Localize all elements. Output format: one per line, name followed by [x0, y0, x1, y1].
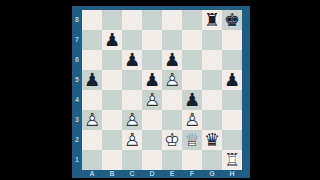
square-e7 — [162, 30, 182, 50]
square-e1 — [162, 150, 182, 170]
rank-label-4: 4 — [72, 90, 82, 110]
black-rook-icon: ♜ — [202, 10, 222, 30]
square-h5: ♟ — [222, 70, 242, 90]
white-pawn-icon: ♟♙ — [82, 110, 102, 130]
file-label-f: F — [182, 170, 202, 178]
square-b3 — [102, 110, 122, 130]
file-label-c: C — [122, 170, 142, 178]
square-b8 — [102, 10, 122, 30]
white-rook-icon: ♜♖ — [222, 150, 242, 170]
square-c1 — [122, 150, 142, 170]
square-d3 — [142, 110, 162, 130]
black-pawn-icon: ♟ — [122, 50, 142, 70]
square-c3: ♟♙ — [122, 110, 142, 130]
square-c6: ♟ — [122, 50, 142, 70]
rank-label-8: 8 — [72, 10, 82, 30]
square-f7 — [182, 30, 202, 50]
file-label-e: E — [162, 170, 182, 178]
square-c7 — [122, 30, 142, 50]
square-c5 — [122, 70, 142, 90]
white-pawn-icon: ♟♙ — [142, 90, 162, 110]
black-pawn-icon: ♟ — [222, 70, 242, 90]
white-pawn-icon: ♟♙ — [182, 110, 202, 130]
square-e2: ♚♔ — [162, 130, 182, 150]
square-e3 — [162, 110, 182, 130]
rank-label-2: 2 — [72, 130, 82, 150]
square-e5: ♟♙ — [162, 70, 182, 90]
square-d4: ♟♙ — [142, 90, 162, 110]
file-label-g: G — [202, 170, 222, 178]
square-f6 — [182, 50, 202, 70]
video-frame: 87654321 ♜♚♟♟♟♟♟♟♙♟♟♙♟♟♙♟♙♟♙♟♙♚♔♛♕♛♜♖ AB… — [0, 0, 320, 180]
black-pawn-icon: ♟ — [82, 70, 102, 90]
square-a6 — [82, 50, 102, 70]
rank-labels: 87654321 — [72, 10, 82, 170]
black-queen-icon: ♛ — [202, 130, 222, 150]
square-f2: ♛♕ — [182, 130, 202, 150]
square-a8 — [82, 10, 102, 30]
black-pawn-icon: ♟ — [142, 70, 162, 90]
rank-label-7: 7 — [72, 30, 82, 50]
square-d5: ♟ — [142, 70, 162, 90]
square-g7 — [202, 30, 222, 50]
square-g3 — [202, 110, 222, 130]
square-d7 — [142, 30, 162, 50]
square-e6: ♟ — [162, 50, 182, 70]
square-d8 — [142, 10, 162, 30]
square-f1 — [182, 150, 202, 170]
square-b6 — [102, 50, 122, 70]
chess-board: 87654321 ♜♚♟♟♟♟♟♟♙♟♟♙♟♟♙♟♙♟♙♟♙♚♔♛♕♛♜♖ AB… — [72, 6, 250, 178]
square-d6 — [142, 50, 162, 70]
rank-label-1: 1 — [72, 150, 82, 170]
square-a2 — [82, 130, 102, 150]
file-label-b: B — [102, 170, 122, 178]
white-queen-icon: ♛♕ — [182, 130, 202, 150]
square-e4 — [162, 90, 182, 110]
square-g5 — [202, 70, 222, 90]
file-labels: ABCDEFGH — [82, 170, 242, 178]
board-grid: ♜♚♟♟♟♟♟♟♙♟♟♙♟♟♙♟♙♟♙♟♙♚♔♛♕♛♜♖ — [82, 10, 242, 170]
file-label-h: H — [222, 170, 242, 178]
square-d1 — [142, 150, 162, 170]
square-h3 — [222, 110, 242, 130]
square-b1 — [102, 150, 122, 170]
square-b4 — [102, 90, 122, 110]
square-g4 — [202, 90, 222, 110]
square-f4: ♟ — [182, 90, 202, 110]
square-h8: ♚ — [222, 10, 242, 30]
square-a4 — [82, 90, 102, 110]
file-label-d: D — [142, 170, 162, 178]
square-f3: ♟♙ — [182, 110, 202, 130]
file-label-a: A — [82, 170, 102, 178]
square-g6 — [202, 50, 222, 70]
square-h6 — [222, 50, 242, 70]
black-pawn-icon: ♟ — [102, 30, 122, 50]
square-b5 — [102, 70, 122, 90]
square-g8: ♜ — [202, 10, 222, 30]
square-h2 — [222, 130, 242, 150]
square-d2 — [142, 130, 162, 150]
white-pawn-icon: ♟♙ — [122, 110, 142, 130]
square-f8 — [182, 10, 202, 30]
square-h4 — [222, 90, 242, 110]
square-h7 — [222, 30, 242, 50]
square-f5 — [182, 70, 202, 90]
square-g1 — [202, 150, 222, 170]
square-c2: ♟♙ — [122, 130, 142, 150]
rank-label-5: 5 — [72, 70, 82, 90]
square-a7 — [82, 30, 102, 50]
square-b7: ♟ — [102, 30, 122, 50]
black-pawn-icon: ♟ — [182, 90, 202, 110]
black-pawn-icon: ♟ — [162, 50, 182, 70]
rank-label-3: 3 — [72, 110, 82, 130]
square-a3: ♟♙ — [82, 110, 102, 130]
black-king-icon: ♚ — [222, 10, 242, 30]
rank-label-6: 6 — [72, 50, 82, 70]
square-g2: ♛ — [202, 130, 222, 150]
white-pawn-icon: ♟♙ — [122, 130, 142, 150]
square-a1 — [82, 150, 102, 170]
square-c4 — [122, 90, 142, 110]
square-c8 — [122, 10, 142, 30]
white-pawn-icon: ♟♙ — [162, 70, 182, 90]
square-e8 — [162, 10, 182, 30]
white-king-icon: ♚♔ — [162, 130, 182, 150]
square-h1: ♜♖ — [222, 150, 242, 170]
square-a5: ♟ — [82, 70, 102, 90]
square-b2 — [102, 130, 122, 150]
